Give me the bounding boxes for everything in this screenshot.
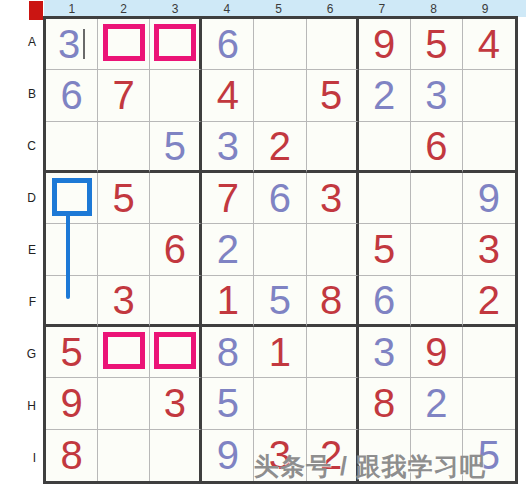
cell-B3[interactable]	[150, 70, 202, 121]
digit: 2	[478, 280, 500, 320]
cell-A8[interactable]: 5	[411, 19, 463, 70]
cell-G7[interactable]: 3	[359, 327, 411, 378]
cell-F3[interactable]	[150, 276, 202, 327]
cell-D4[interactable]: 7	[202, 173, 254, 224]
cell-F2[interactable]: 3	[98, 276, 150, 327]
cell-H7[interactable]: 8	[359, 378, 411, 429]
cell-B9[interactable]	[463, 70, 515, 121]
cell-B2[interactable]: 7	[98, 70, 150, 121]
column-label-9: 9	[482, 2, 489, 16]
digit: 5	[113, 178, 135, 218]
digit: 9	[425, 332, 447, 372]
digit: 5	[60, 332, 82, 372]
digit: 3	[58, 24, 80, 64]
row-label-H: H	[27, 399, 43, 413]
digit: 6	[60, 75, 82, 115]
cell-A6[interactable]	[307, 19, 359, 70]
cell-B1[interactable]: 6	[46, 70, 98, 121]
digit: 2	[373, 75, 395, 115]
column-label-6: 6	[327, 2, 334, 16]
digit: 9	[60, 383, 82, 423]
cell-D5[interactable]: 6	[254, 173, 306, 224]
cell-E8[interactable]	[411, 224, 463, 275]
cell-C5[interactable]: 2	[254, 122, 306, 173]
digit: 5	[217, 383, 239, 423]
cell-D9[interactable]: 9	[463, 173, 515, 224]
cell-B6[interactable]: 5	[307, 70, 359, 121]
digit: 3	[217, 126, 239, 166]
digit: 6	[373, 280, 395, 320]
cell-F4[interactable]: 1	[202, 276, 254, 327]
cell-I3[interactable]	[150, 430, 202, 481]
column-labels: 123456789	[46, 0, 511, 17]
cell-H5[interactable]	[254, 378, 306, 429]
cell-H1[interactable]: 9	[46, 378, 98, 429]
cell-A3[interactable]	[150, 19, 202, 70]
digit: 9	[478, 178, 500, 218]
digit: 3	[373, 332, 395, 372]
cell-C6[interactable]	[307, 122, 359, 173]
cell-H6[interactable]	[307, 378, 359, 429]
digit: 5	[164, 126, 186, 166]
row-label-B: B	[28, 87, 43, 101]
digit: 4	[217, 75, 239, 115]
pink-highlight-box	[103, 332, 145, 369]
column-label-5: 5	[275, 2, 282, 16]
cell-D8[interactable]	[411, 173, 463, 224]
digit: 9	[373, 24, 395, 64]
cell-H4[interactable]: 5	[202, 378, 254, 429]
row-label-C: C	[27, 139, 43, 153]
cell-C8[interactable]: 6	[411, 122, 463, 173]
digit: 3	[478, 229, 500, 269]
cell-C4[interactable]: 3	[202, 122, 254, 173]
cell-G9[interactable]	[463, 327, 515, 378]
digit: 5	[373, 229, 395, 269]
row-label-I: I	[33, 451, 43, 465]
sudoku-board[interactable]: 3695467452353265763962533158625813993582…	[43, 16, 518, 484]
row-label-A: A	[28, 35, 43, 49]
cell-E3[interactable]: 6	[150, 224, 202, 275]
cell-A1[interactable]: 3	[46, 19, 98, 70]
digit: 8	[60, 435, 82, 475]
digit: 8	[320, 280, 342, 320]
cell-I1[interactable]: 8	[46, 430, 98, 481]
cell-B8[interactable]: 3	[411, 70, 463, 121]
row-label-G: G	[27, 347, 43, 361]
digit: 2	[217, 229, 239, 269]
digit: 7	[113, 75, 135, 115]
column-label-8: 8	[430, 2, 437, 16]
digit: 3	[320, 178, 342, 218]
digit: 3	[164, 383, 186, 423]
cell-E1[interactable]	[46, 224, 98, 275]
cell-A2[interactable]	[98, 19, 150, 70]
cell-D7[interactable]	[359, 173, 411, 224]
cell-C3[interactable]: 5	[150, 122, 202, 173]
cell-C1[interactable]	[46, 122, 98, 173]
row-label-D: D	[27, 191, 43, 205]
cell-B5[interactable]	[254, 70, 306, 121]
row-label-F: F	[29, 295, 43, 309]
digit: 8	[373, 383, 395, 423]
digit: 5	[320, 75, 342, 115]
digit: 6	[217, 24, 239, 64]
cell-D2[interactable]: 5	[98, 173, 150, 224]
cell-A5[interactable]	[254, 19, 306, 70]
row-label-E: E	[28, 243, 43, 257]
digit: 3	[425, 75, 447, 115]
cell-B4[interactable]: 4	[202, 70, 254, 121]
cell-F5[interactable]: 5	[254, 276, 306, 327]
cell-G2[interactable]	[98, 327, 150, 378]
digit: 4	[478, 24, 500, 64]
pink-highlight-box	[103, 24, 145, 61]
cell-E9[interactable]: 3	[463, 224, 515, 275]
pink-highlight-box	[154, 332, 196, 369]
blue-selection-box	[52, 178, 92, 216]
cell-G8[interactable]: 9	[411, 327, 463, 378]
cell-E2[interactable]	[98, 224, 150, 275]
cell-D3[interactable]	[150, 173, 202, 224]
cell-G6[interactable]	[307, 327, 359, 378]
digit: 1	[217, 280, 239, 320]
cell-E7[interactable]: 5	[359, 224, 411, 275]
digit: 2	[425, 383, 447, 423]
digit: 9	[217, 435, 239, 475]
digit: 6	[425, 126, 447, 166]
watermark: 头条号 / 跟我学习吧	[254, 450, 486, 483]
cell-H3[interactable]: 3	[150, 378, 202, 429]
digit: 3	[113, 280, 135, 320]
text-caret	[83, 29, 85, 59]
digit: 5	[269, 280, 291, 320]
cell-A7[interactable]: 9	[359, 19, 411, 70]
digit: 7	[217, 178, 239, 218]
cell-E6[interactable]	[307, 224, 359, 275]
cell-F8[interactable]	[411, 276, 463, 327]
cell-B7[interactable]: 2	[359, 70, 411, 121]
cell-G3[interactable]	[150, 327, 202, 378]
digit: 8	[217, 332, 239, 372]
cell-I2[interactable]	[98, 430, 150, 481]
cell-A9[interactable]: 4	[463, 19, 515, 70]
column-label-2: 2	[120, 2, 127, 16]
drag-line	[66, 216, 70, 299]
cell-C7[interactable]	[359, 122, 411, 173]
cell-I4[interactable]: 9	[202, 430, 254, 481]
cell-F6[interactable]: 8	[307, 276, 359, 327]
cell-A4[interactable]: 6	[202, 19, 254, 70]
cell-F7[interactable]: 6	[359, 276, 411, 327]
pink-highlight-box	[154, 24, 196, 61]
cell-D6[interactable]: 3	[307, 173, 359, 224]
cell-E5[interactable]	[254, 224, 306, 275]
column-label-1: 1	[68, 2, 75, 16]
cell-C9[interactable]	[463, 122, 515, 173]
cell-F1[interactable]	[46, 276, 98, 327]
digit: 6	[164, 229, 186, 269]
cell-E4[interactable]: 2	[202, 224, 254, 275]
cell-F9[interactable]: 2	[463, 276, 515, 327]
digit: 1	[269, 332, 291, 372]
cell-G5[interactable]: 1	[254, 327, 306, 378]
digit: 5	[425, 24, 447, 64]
column-label-4: 4	[223, 2, 230, 16]
cell-H9[interactable]	[463, 378, 515, 429]
row-labels: ABCDEFGHI	[0, 16, 43, 484]
cell-G4[interactable]: 8	[202, 327, 254, 378]
column-label-3: 3	[172, 2, 179, 16]
sudoku-app: 123456789 ABCDEFGHI 36954674523532657639…	[0, 0, 526, 489]
column-label-7: 7	[378, 2, 385, 16]
cell-H8[interactable]: 2	[411, 378, 463, 429]
cell-D1[interactable]	[46, 173, 98, 224]
cell-G1[interactable]: 5	[46, 327, 98, 378]
cell-C2[interactable]	[98, 122, 150, 173]
cell-H2[interactable]	[98, 378, 150, 429]
digit: 6	[269, 178, 291, 218]
digit: 2	[269, 126, 291, 166]
